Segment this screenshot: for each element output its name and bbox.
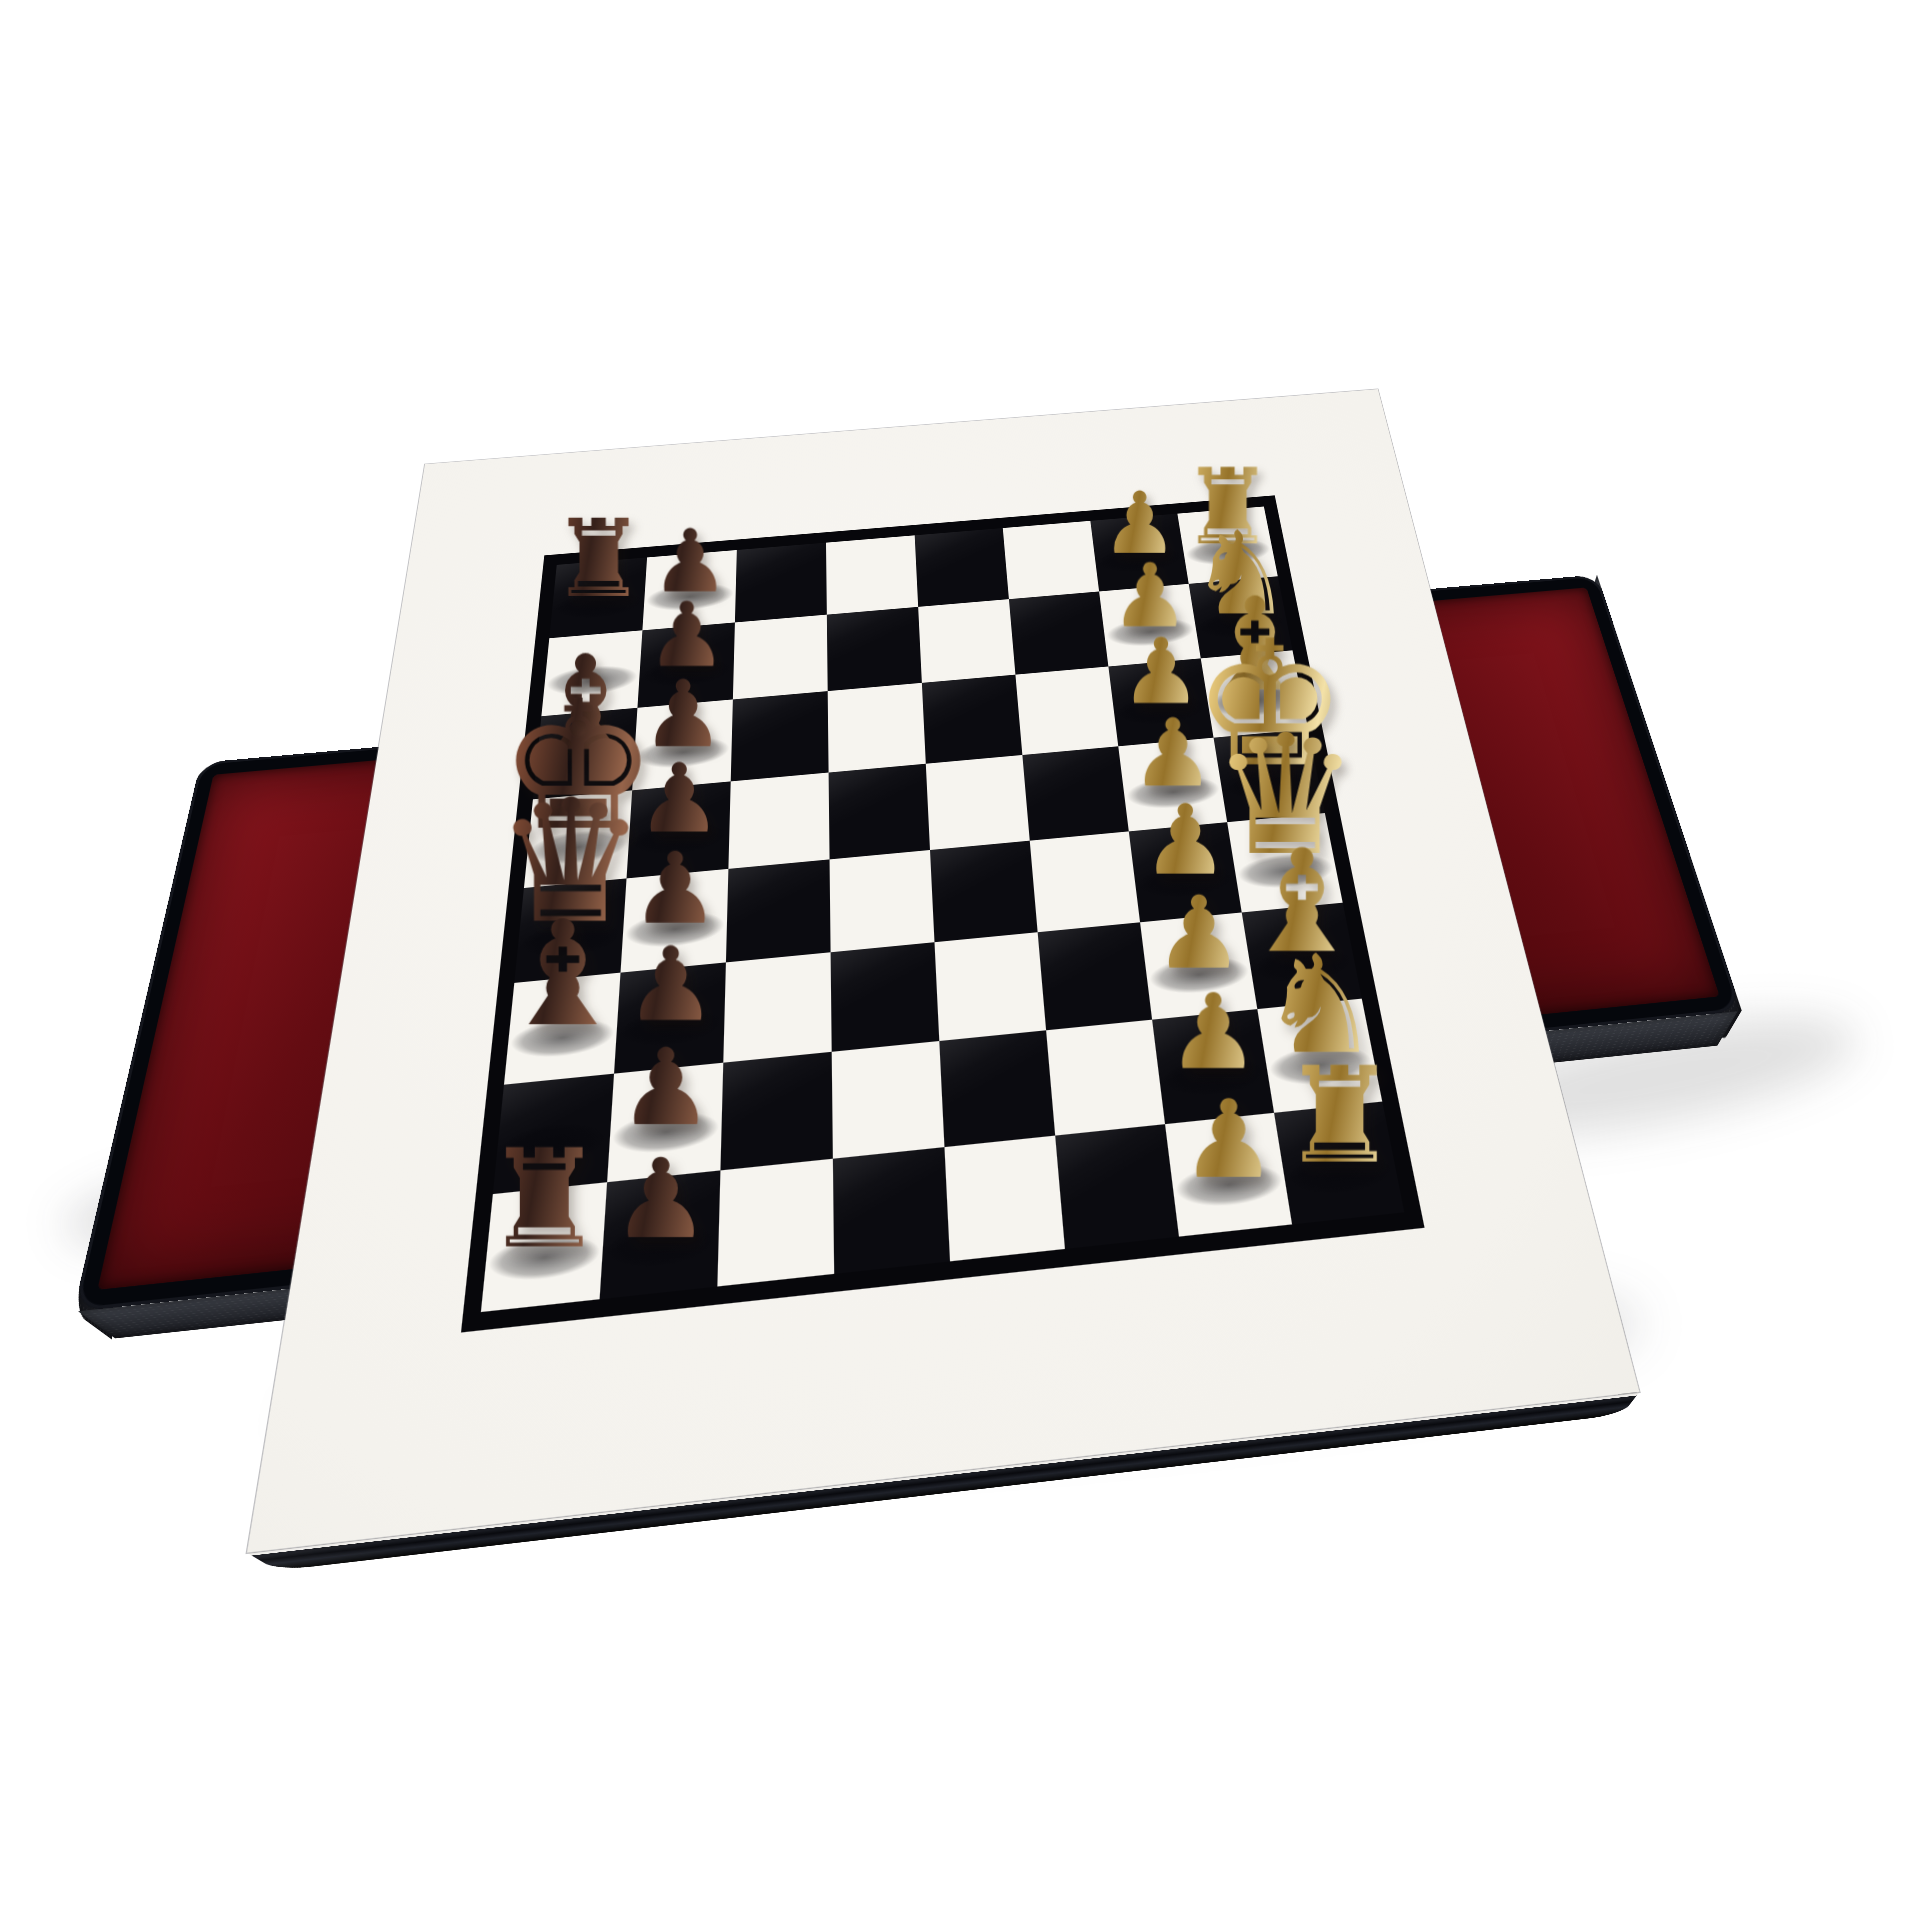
square-r7c5 <box>939 1030 1055 1147</box>
square-r3c3 <box>731 691 829 781</box>
scene: ♜♟♟♜♞♟♟♞♝♟♟♝♚♟♟♚♛♟♟♛♝♟♟♝♞♟♟♞♜♟♟♜ <box>0 0 1920 1920</box>
square-r3c5 <box>922 675 1022 764</box>
square-r1c3 <box>735 543 827 623</box>
square-r5c4 <box>830 850 935 952</box>
right-drawer-end-face <box>1583 575 1742 1047</box>
square-r4c4 <box>829 764 930 860</box>
square-r2c4 <box>827 607 922 691</box>
square-r6c5 <box>934 932 1046 1041</box>
chess-set-photo: ♜♟♟♜♞♟♟♞♝♟♟♝♚♟♟♚♛♟♟♛♝♟♟♝♞♟♟♞♜♟♟♜ <box>0 0 1920 1920</box>
square-r1c4 <box>826 535 918 614</box>
square-r2c3 <box>733 615 828 700</box>
square-r2c5 <box>918 599 1015 683</box>
rook-glyph: ♜ <box>484 1131 606 1267</box>
square-r1c5 <box>915 528 1009 607</box>
square-r7c4 <box>832 1041 945 1159</box>
square-r4c5 <box>926 755 1030 850</box>
square-r6c4 <box>831 942 940 1052</box>
piece-brass-pawn: ♟ <box>1083 1086 1375 1194</box>
square-r8c5 <box>944 1136 1064 1262</box>
square-r8c4 <box>833 1147 950 1274</box>
right-drawer-knob <box>1647 770 1660 804</box>
piece-copper-rook: ♜ <box>395 1131 694 1267</box>
square-r5c5 <box>930 841 1038 943</box>
pawn-glyph: ♟ <box>1180 1086 1277 1194</box>
square-r3c4 <box>828 683 926 773</box>
